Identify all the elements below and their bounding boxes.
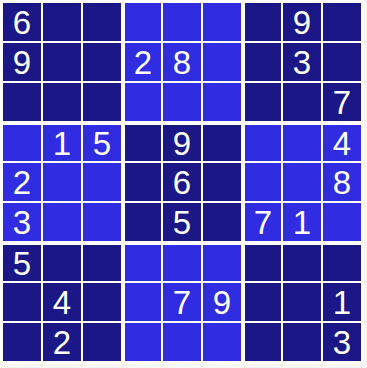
cell-r2c9[interactable] bbox=[323, 43, 361, 81]
cell-r5c4[interactable] bbox=[123, 163, 161, 201]
cell-r6c5[interactable]: 5 bbox=[163, 203, 201, 241]
cell-r9c1[interactable] bbox=[3, 323, 41, 361]
cell-r2c2[interactable] bbox=[43, 43, 81, 81]
cell-r2c3[interactable] bbox=[83, 43, 121, 81]
cell-r6c2[interactable] bbox=[43, 203, 81, 241]
cell-r3c9[interactable]: 7 bbox=[323, 83, 361, 121]
cell-r9c8[interactable] bbox=[283, 323, 321, 361]
cell-r8c1[interactable] bbox=[3, 283, 41, 321]
cell-r7c8[interactable] bbox=[283, 243, 321, 281]
cell-r8c8[interactable] bbox=[283, 283, 321, 321]
sudoku-board: 6992837159426835715479123 bbox=[0, 0, 364, 364]
cell-r1c5[interactable] bbox=[163, 3, 201, 41]
cell-r3c5[interactable] bbox=[163, 83, 201, 121]
cell-r6c9[interactable] bbox=[323, 203, 361, 241]
cell-r7c6[interactable] bbox=[203, 243, 241, 281]
cell-r3c6[interactable] bbox=[203, 83, 241, 121]
cell-r3c2[interactable] bbox=[43, 83, 81, 121]
cell-r7c5[interactable] bbox=[163, 243, 201, 281]
cell-r4c9[interactable]: 4 bbox=[323, 123, 361, 161]
cell-r9c7[interactable] bbox=[243, 323, 281, 361]
cell-r5c1[interactable]: 2 bbox=[3, 163, 41, 201]
cell-r3c7[interactable] bbox=[243, 83, 281, 121]
cell-r6c6[interactable] bbox=[203, 203, 241, 241]
cell-r9c4[interactable] bbox=[123, 323, 161, 361]
cell-r5c7[interactable] bbox=[243, 163, 281, 201]
cell-r1c1[interactable]: 6 bbox=[3, 3, 41, 41]
cell-r8c3[interactable] bbox=[83, 283, 121, 321]
cell-r7c1[interactable]: 5 bbox=[3, 243, 41, 281]
cell-r1c6[interactable] bbox=[203, 3, 241, 41]
cell-r8c7[interactable] bbox=[243, 283, 281, 321]
cell-r5c9[interactable]: 8 bbox=[323, 163, 361, 201]
cell-r4c8[interactable] bbox=[283, 123, 321, 161]
cell-r6c8[interactable]: 1 bbox=[283, 203, 321, 241]
cell-r4c2[interactable]: 1 bbox=[43, 123, 81, 161]
cell-r1c8[interactable]: 9 bbox=[283, 3, 321, 41]
cell-r1c2[interactable] bbox=[43, 3, 81, 41]
cell-r7c2[interactable] bbox=[43, 243, 81, 281]
cell-r1c9[interactable] bbox=[323, 3, 361, 41]
cell-r2c8[interactable]: 3 bbox=[283, 43, 321, 81]
cell-r1c3[interactable] bbox=[83, 3, 121, 41]
cell-r7c3[interactable] bbox=[83, 243, 121, 281]
cell-r6c4[interactable] bbox=[123, 203, 161, 241]
cell-r4c6[interactable] bbox=[203, 123, 241, 161]
cell-r3c3[interactable] bbox=[83, 83, 121, 121]
cell-r3c4[interactable] bbox=[123, 83, 161, 121]
cell-r4c3[interactable]: 5 bbox=[83, 123, 121, 161]
cell-r5c6[interactable] bbox=[203, 163, 241, 201]
cell-r8c9[interactable]: 1 bbox=[323, 283, 361, 321]
cell-r6c7[interactable]: 7 bbox=[243, 203, 281, 241]
cell-r9c3[interactable] bbox=[83, 323, 121, 361]
cell-r7c4[interactable] bbox=[123, 243, 161, 281]
cell-r2c1[interactable]: 9 bbox=[3, 43, 41, 81]
cell-r2c5[interactable]: 8 bbox=[163, 43, 201, 81]
cell-r8c2[interactable]: 4 bbox=[43, 283, 81, 321]
cell-r2c7[interactable] bbox=[243, 43, 281, 81]
cell-r7c7[interactable] bbox=[243, 243, 281, 281]
cell-r9c2[interactable]: 2 bbox=[43, 323, 81, 361]
cell-r4c7[interactable] bbox=[243, 123, 281, 161]
cell-r5c3[interactable] bbox=[83, 163, 121, 201]
cell-r8c6[interactable]: 9 bbox=[203, 283, 241, 321]
cell-r4c1[interactable] bbox=[3, 123, 41, 161]
cell-r5c8[interactable] bbox=[283, 163, 321, 201]
cell-r7c9[interactable] bbox=[323, 243, 361, 281]
sudoku-screen: 6992837159426835715479123 bbox=[0, 0, 367, 368]
cell-r3c1[interactable] bbox=[3, 83, 41, 121]
cell-r8c5[interactable]: 7 bbox=[163, 283, 201, 321]
cell-r1c4[interactable] bbox=[123, 3, 161, 41]
cell-r8c4[interactable] bbox=[123, 283, 161, 321]
cell-r4c4[interactable] bbox=[123, 123, 161, 161]
cell-r3c8[interactable] bbox=[283, 83, 321, 121]
cell-r6c1[interactable]: 3 bbox=[3, 203, 41, 241]
cell-r4c5[interactable]: 9 bbox=[163, 123, 201, 161]
cell-r2c4[interactable]: 2 bbox=[123, 43, 161, 81]
cell-r6c3[interactable] bbox=[83, 203, 121, 241]
cell-r2c6[interactable] bbox=[203, 43, 241, 81]
cell-r5c2[interactable] bbox=[43, 163, 81, 201]
cell-r1c7[interactable] bbox=[243, 3, 281, 41]
cell-r9c6[interactable] bbox=[203, 323, 241, 361]
cell-r9c9[interactable]: 3 bbox=[323, 323, 361, 361]
cell-r9c5[interactable] bbox=[163, 323, 201, 361]
cell-r5c5[interactable]: 6 bbox=[163, 163, 201, 201]
